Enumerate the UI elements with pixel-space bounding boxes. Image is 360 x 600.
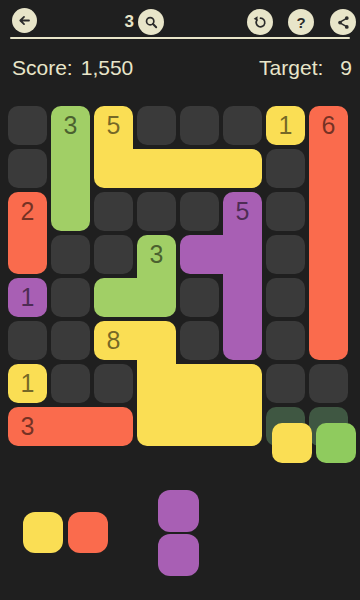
tray-square-purple[interactable] — [158, 490, 199, 532]
piece-orange-2-cell[interactable] — [8, 192, 47, 235]
piece-orange-3-row-cell[interactable] — [51, 407, 94, 446]
piece-yellow-5-L-cell[interactable] — [223, 149, 262, 188]
piece-yellow-5-L-cell[interactable] — [94, 149, 137, 188]
board-cell-empty[interactable] — [137, 192, 176, 231]
piece-purple-5-cell[interactable] — [223, 192, 262, 235]
board-cell-empty[interactable] — [266, 321, 305, 360]
piece-orange-6-column-cell[interactable] — [309, 192, 348, 235]
piece-yellow-5-L-cell[interactable] — [180, 149, 223, 188]
piece-green-3-column-cell[interactable] — [51, 106, 90, 149]
piece-green-3-L-cell[interactable] — [137, 278, 176, 317]
board-cell-empty[interactable] — [8, 106, 47, 145]
piece-green-3-column-cell[interactable] — [51, 149, 90, 192]
board-cell-empty[interactable] — [180, 278, 219, 317]
piece-yellow-5-L-cell[interactable] — [137, 149, 180, 188]
piece-orange-6-column-cell[interactable] — [309, 321, 348, 360]
board-cell-empty[interactable] — [51, 278, 90, 317]
board-cell-empty[interactable] — [51, 364, 90, 403]
piece-orange-2-cell[interactable] — [8, 235, 47, 274]
game-screen: 3 ? — [0, 0, 360, 600]
piece-orange-3-row-cell[interactable] — [8, 407, 51, 446]
board-cell-empty[interactable] — [180, 192, 219, 231]
board-cell-empty[interactable] — [266, 235, 305, 274]
piece-yellow-8-cell[interactable] — [223, 364, 262, 407]
piece-purple-5-cell[interactable] — [180, 235, 223, 274]
board-cell-empty[interactable] — [8, 321, 47, 360]
piece-yellow-8-cell[interactable] — [137, 321, 176, 364]
board-cell-empty[interactable] — [180, 321, 219, 360]
tray-square-purple[interactable] — [158, 534, 199, 576]
piece-yellow-8-cell[interactable] — [223, 407, 262, 446]
piece-green-3-column-cell[interactable] — [51, 192, 90, 231]
piece-orange-6-column-cell[interactable] — [309, 149, 348, 192]
tray-square-yellow[interactable] — [23, 512, 63, 553]
board-cell-empty[interactable] — [266, 192, 305, 231]
piece-yellow-8-cell[interactable] — [137, 407, 180, 446]
piece-orange-6-column-cell[interactable] — [309, 278, 348, 321]
piece-yellow-8-cell[interactable] — [137, 364, 180, 407]
piece-yellow-8-cell[interactable] — [94, 321, 137, 360]
piece-yellow-8-cell[interactable] — [180, 364, 223, 407]
piece-yellow-1-top-cell[interactable] — [266, 106, 305, 145]
piece-green-3-L-cell[interactable] — [137, 235, 176, 278]
board-cell-empty[interactable] — [223, 106, 262, 145]
piece-orange-6-column-cell[interactable] — [309, 235, 348, 278]
board-cell-empty[interactable] — [266, 278, 305, 317]
board-cell-empty[interactable] — [180, 106, 219, 145]
piece-orange-6-column-cell[interactable] — [309, 106, 348, 149]
board-cell-empty[interactable] — [266, 149, 305, 188]
board-cell-empty[interactable] — [266, 364, 305, 403]
piece-yellow-5-L-cell[interactable] — [94, 106, 133, 149]
board-cell-highlight[interactable] — [266, 407, 305, 446]
board-cell-empty[interactable] — [51, 235, 90, 274]
board-cell-empty[interactable] — [94, 364, 133, 403]
piece-yellow-1-left-cell[interactable] — [8, 364, 47, 403]
board-cell-empty[interactable] — [8, 149, 47, 188]
board-cell-empty[interactable] — [51, 321, 90, 360]
piece-green-3-L-cell[interactable] — [94, 278, 137, 317]
board-cell-empty[interactable] — [137, 106, 176, 145]
piece-purple-5-cell[interactable] — [223, 321, 262, 360]
tray-square-orange[interactable] — [68, 512, 108, 553]
piece-purple-1-cell[interactable] — [8, 278, 47, 317]
board-cell-empty[interactable] — [94, 192, 133, 231]
board: 35162531813 — [0, 0, 360, 470]
piece-purple-5-cell[interactable] — [223, 278, 262, 321]
piece-purple-5-cell[interactable] — [223, 235, 262, 278]
board-cell-highlight[interactable] — [309, 407, 348, 446]
piece-orange-3-row-cell[interactable] — [94, 407, 133, 446]
piece-yellow-8-cell[interactable] — [180, 407, 223, 446]
board-cell-empty[interactable] — [309, 364, 348, 403]
board-cell-empty[interactable] — [94, 235, 133, 274]
